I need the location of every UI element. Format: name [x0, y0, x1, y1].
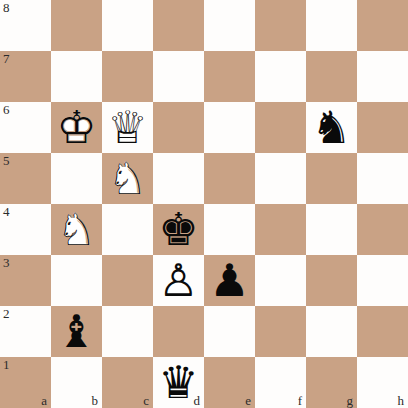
square-f8[interactable]	[255, 0, 306, 51]
square-e8[interactable]	[204, 0, 255, 51]
square-h8[interactable]	[357, 0, 408, 51]
square-c4[interactable]	[102, 204, 153, 255]
rank-label-7: 7	[3, 52, 10, 65]
square-a2[interactable]: 2	[0, 306, 51, 357]
piece-white-queen[interactable]: ♛♕	[102, 102, 153, 153]
square-b7[interactable]	[51, 51, 102, 102]
piece-black-bishop[interactable]: ♝	[51, 306, 102, 357]
square-f3[interactable]	[255, 255, 306, 306]
rank-label-8: 8	[3, 1, 10, 14]
square-c5[interactable]: ♞♘	[102, 153, 153, 204]
rank-label-5: 5	[3, 154, 10, 167]
square-h6[interactable]	[357, 102, 408, 153]
square-c3[interactable]	[102, 255, 153, 306]
square-f5[interactable]	[255, 153, 306, 204]
piece-black-pawn[interactable]: ♟	[204, 255, 255, 306]
white-knight-outline-glyph: ♘	[102, 153, 153, 204]
square-a6[interactable]: 6	[0, 102, 51, 153]
black-knight-glyph: ♞	[306, 102, 357, 153]
square-g1[interactable]: g	[306, 357, 357, 408]
square-e7[interactable]	[204, 51, 255, 102]
square-b4[interactable]: ♞♘	[51, 204, 102, 255]
black-queen-glyph: ♛	[153, 357, 204, 408]
square-g8[interactable]	[306, 0, 357, 51]
chess-board: 876♚♔♛♕♞5♞♘4♞♘♚3♟♙♟2♝1abcd♛efgh	[0, 0, 408, 408]
square-d1[interactable]: d♛	[153, 357, 204, 408]
file-label-f: f	[298, 394, 302, 407]
file-label-a: a	[41, 394, 47, 407]
square-b3[interactable]	[51, 255, 102, 306]
square-h5[interactable]	[357, 153, 408, 204]
square-b5[interactable]	[51, 153, 102, 204]
square-f7[interactable]	[255, 51, 306, 102]
square-d6[interactable]	[153, 102, 204, 153]
square-e2[interactable]	[204, 306, 255, 357]
square-a3[interactable]: 3	[0, 255, 51, 306]
rank-label-6: 6	[3, 103, 10, 116]
square-f4[interactable]	[255, 204, 306, 255]
square-e1[interactable]: e	[204, 357, 255, 408]
square-h3[interactable]	[357, 255, 408, 306]
square-g3[interactable]	[306, 255, 357, 306]
square-a8[interactable]: 8	[0, 0, 51, 51]
square-d8[interactable]	[153, 0, 204, 51]
white-pawn-outline-glyph: ♙	[153, 255, 204, 306]
square-h2[interactable]	[357, 306, 408, 357]
square-a7[interactable]: 7	[0, 51, 51, 102]
piece-black-queen[interactable]: ♛	[153, 357, 204, 408]
square-g7[interactable]	[306, 51, 357, 102]
black-bishop-glyph: ♝	[51, 306, 102, 357]
square-g6[interactable]: ♞	[306, 102, 357, 153]
square-d3[interactable]: ♟♙	[153, 255, 204, 306]
rank-label-1: 1	[3, 358, 10, 371]
square-f6[interactable]	[255, 102, 306, 153]
piece-white-knight[interactable]: ♞♘	[51, 204, 102, 255]
square-a5[interactable]: 5	[0, 153, 51, 204]
square-b2[interactable]: ♝	[51, 306, 102, 357]
file-label-c: c	[143, 394, 149, 407]
square-a1[interactable]: 1a	[0, 357, 51, 408]
piece-white-knight[interactable]: ♞♘	[102, 153, 153, 204]
file-label-b: b	[92, 394, 99, 407]
file-label-h: h	[398, 394, 405, 407]
square-e3[interactable]: ♟	[204, 255, 255, 306]
rank-label-4: 4	[3, 205, 10, 218]
rank-label-3: 3	[3, 256, 10, 269]
white-knight-outline-glyph: ♘	[51, 204, 102, 255]
file-label-g: g	[347, 394, 354, 407]
square-h7[interactable]	[357, 51, 408, 102]
piece-white-pawn[interactable]: ♟♙	[153, 255, 204, 306]
square-e4[interactable]	[204, 204, 255, 255]
square-c7[interactable]	[102, 51, 153, 102]
square-c2[interactable]	[102, 306, 153, 357]
square-c6[interactable]: ♛♕	[102, 102, 153, 153]
square-g2[interactable]	[306, 306, 357, 357]
square-g4[interactable]	[306, 204, 357, 255]
square-d2[interactable]	[153, 306, 204, 357]
white-king-outline-glyph: ♔	[51, 102, 102, 153]
rank-label-2: 2	[3, 307, 10, 320]
square-e6[interactable]	[204, 102, 255, 153]
black-pawn-glyph: ♟	[204, 255, 255, 306]
square-d7[interactable]	[153, 51, 204, 102]
square-b8[interactable]	[51, 0, 102, 51]
piece-black-knight[interactable]: ♞	[306, 102, 357, 153]
square-h1[interactable]: h	[357, 357, 408, 408]
file-label-e: e	[245, 394, 251, 407]
square-e5[interactable]	[204, 153, 255, 204]
square-b1[interactable]: b	[51, 357, 102, 408]
square-h4[interactable]	[357, 204, 408, 255]
black-king-glyph: ♚	[153, 204, 204, 255]
square-a4[interactable]: 4	[0, 204, 51, 255]
square-c1[interactable]: c	[102, 357, 153, 408]
white-queen-outline-glyph: ♕	[102, 102, 153, 153]
square-b6[interactable]: ♚♔	[51, 102, 102, 153]
square-c8[interactable]	[102, 0, 153, 51]
square-f1[interactable]: f	[255, 357, 306, 408]
square-g5[interactable]	[306, 153, 357, 204]
piece-black-king[interactable]: ♚	[153, 204, 204, 255]
square-d5[interactable]	[153, 153, 204, 204]
square-d4[interactable]: ♚	[153, 204, 204, 255]
piece-white-king[interactable]: ♚♔	[51, 102, 102, 153]
square-f2[interactable]	[255, 306, 306, 357]
